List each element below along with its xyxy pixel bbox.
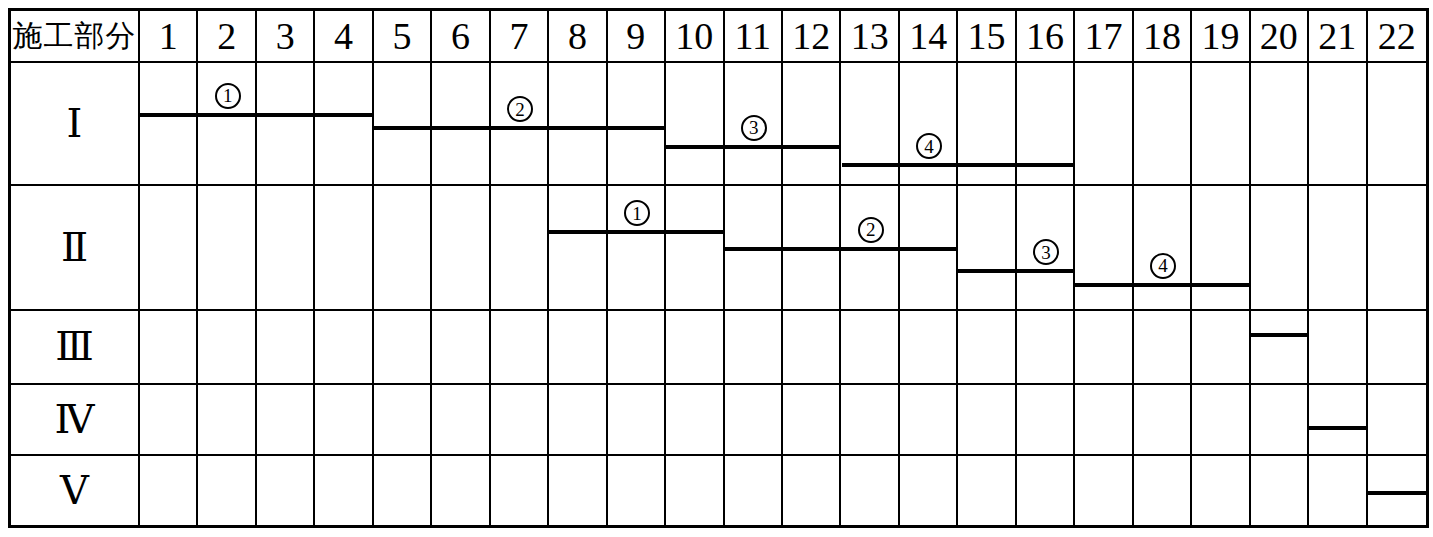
grid-cell: [1368, 63, 1426, 186]
header-title-cell: 施工部分: [11, 11, 140, 63]
grid-cell: [491, 311, 549, 385]
grid-cell: [198, 385, 256, 456]
grid-cell: [1134, 186, 1192, 311]
grid-cell: [1075, 456, 1133, 525]
grid-cell: [1075, 186, 1133, 311]
header-period-cell-19: 19: [1192, 11, 1250, 63]
header-period-cell-18: 18: [1134, 11, 1192, 63]
grid-cell: [1309, 186, 1367, 311]
header-period-cell-6: 6: [432, 11, 490, 63]
grid-cell: [1017, 186, 1075, 311]
grid-cell: [257, 456, 315, 525]
grid-cell: [198, 456, 256, 525]
header-period-cell-17: 17: [1075, 11, 1133, 63]
row-label-cell-5: Ⅴ: [11, 456, 140, 525]
grid-cell: [841, 311, 899, 385]
grid-cell: [1192, 186, 1250, 311]
grid-cell: [1192, 63, 1250, 186]
grid-cell: [958, 311, 1016, 385]
grid-cell: [1368, 186, 1426, 311]
grid-cell: [1134, 63, 1192, 186]
grid-cell: [841, 63, 899, 186]
grid-cell: [1017, 63, 1075, 186]
header-period-cell-10: 10: [666, 11, 724, 63]
grid-cell: [315, 186, 373, 311]
grid-cell: [900, 385, 958, 456]
header-period-cell-4: 4: [315, 11, 373, 63]
grid-cell: [608, 311, 666, 385]
grid-cell: [1368, 456, 1426, 525]
grid-cell: [841, 186, 899, 311]
grid-cell: [432, 311, 490, 385]
grid-cell: [1192, 385, 1250, 456]
grid-cell: [432, 63, 490, 186]
grid-cell: [432, 186, 490, 311]
header-period-cell-3: 3: [257, 11, 315, 63]
grid-cell: [1017, 456, 1075, 525]
grid-cell: [432, 456, 490, 525]
grid-cell: [666, 186, 724, 311]
grid-cell: [1309, 311, 1367, 385]
grid-cell: [374, 311, 432, 385]
grid-cell: [491, 186, 549, 311]
grid-cell: [1368, 311, 1426, 385]
grid-cell: [315, 311, 373, 385]
grid-cell: [1134, 311, 1192, 385]
grid-cell: [140, 311, 198, 385]
grid-cell: [374, 186, 432, 311]
grid-cell: [198, 63, 256, 186]
grid-cell: [666, 385, 724, 456]
grid-cell: [783, 456, 841, 525]
grid-cell: [666, 311, 724, 385]
grid-cell: [900, 63, 958, 186]
row-label-cell-2: Ⅱ: [11, 186, 140, 311]
grid-cell: [257, 311, 315, 385]
grid-cell: [841, 385, 899, 456]
grid-cell: [549, 385, 607, 456]
grid-cell: [1251, 311, 1309, 385]
grid-cell: [1134, 385, 1192, 456]
grid-cell: [783, 311, 841, 385]
grid-cell: [1017, 385, 1075, 456]
grid-cell: [1368, 385, 1426, 456]
grid-cell: [374, 456, 432, 525]
header-period-cell-2: 2: [198, 11, 256, 63]
header-period-cell-16: 16: [1017, 11, 1075, 63]
header-period-cell-15: 15: [958, 11, 1016, 63]
grid-cell: [1251, 186, 1309, 311]
grid-cell: [841, 456, 899, 525]
grid-cell: [1309, 63, 1367, 186]
grid-cell: [725, 456, 783, 525]
grid-cell: [315, 63, 373, 186]
grid-cell: [257, 63, 315, 186]
grid-cell: [1251, 63, 1309, 186]
grid-cell: [374, 63, 432, 186]
header-period-cell-1: 1: [140, 11, 198, 63]
grid-cell: [140, 385, 198, 456]
grid-cell: [257, 186, 315, 311]
grid-cell: [1134, 456, 1192, 525]
grid-cell: [1075, 385, 1133, 456]
grid-cell: [1075, 311, 1133, 385]
grid-cell: [491, 385, 549, 456]
header-period-cell-7: 7: [491, 11, 549, 63]
grid-cell: [198, 311, 256, 385]
grid-cell: [958, 456, 1016, 525]
header-period-cell-9: 9: [608, 11, 666, 63]
grid-cell: [1192, 456, 1250, 525]
grid-cell: [491, 456, 549, 525]
header-period-cell-11: 11: [725, 11, 783, 63]
header-period-cell-13: 13: [841, 11, 899, 63]
grid-cell: [725, 385, 783, 456]
header-period-cell-21: 21: [1309, 11, 1367, 63]
grid-cell: [315, 456, 373, 525]
grid-cell: [315, 385, 373, 456]
grid-cell: [198, 186, 256, 311]
row-label-cell-1: Ⅰ: [11, 63, 140, 186]
grid-cell: [140, 456, 198, 525]
grid-cell: [900, 311, 958, 385]
grid-cell: [1309, 456, 1367, 525]
grid-cell: [783, 385, 841, 456]
schedule-table: 施工部分12345678910111213141516171819202122Ⅰ…: [8, 8, 1429, 528]
row-label-cell-3: Ⅲ: [11, 311, 140, 385]
grid-cell: [1309, 385, 1367, 456]
grid-cell: [1075, 63, 1133, 186]
grid-cell: [257, 385, 315, 456]
grid-cell: [140, 63, 198, 186]
grid-cell: [608, 186, 666, 311]
grid-cell: [608, 385, 666, 456]
construction-schedule-chart: 施工部分12345678910111213141516171819202122Ⅰ…: [0, 0, 1433, 537]
header-period-cell-5: 5: [374, 11, 432, 63]
grid-cell: [1251, 456, 1309, 525]
grid-cell: [1017, 311, 1075, 385]
grid-cell: [958, 186, 1016, 311]
grid-cell: [1251, 385, 1309, 456]
grid-cell: [549, 186, 607, 311]
grid-cell: [725, 186, 783, 311]
grid-cell: [725, 63, 783, 186]
header-period-cell-20: 20: [1251, 11, 1309, 63]
grid-cell: [900, 186, 958, 311]
grid-cell: [608, 63, 666, 186]
grid-cell: [900, 456, 958, 525]
header-period-cell-22: 22: [1368, 11, 1426, 63]
grid-cell: [549, 456, 607, 525]
row-label-cell-4: Ⅳ: [11, 385, 140, 456]
grid-cell: [549, 311, 607, 385]
header-period-cell-14: 14: [900, 11, 958, 63]
grid-cell: [491, 63, 549, 186]
grid-cell: [958, 63, 1016, 186]
grid-cell: [783, 63, 841, 186]
grid-cell: [1192, 311, 1250, 385]
grid-cell: [549, 63, 607, 186]
grid-cell: [608, 456, 666, 525]
grid-cell: [783, 186, 841, 311]
header-period-cell-8: 8: [549, 11, 607, 63]
grid-cell: [666, 456, 724, 525]
header-period-cell-12: 12: [783, 11, 841, 63]
grid-cell: [725, 311, 783, 385]
grid-cell: [666, 63, 724, 186]
schedule-grid: 施工部分12345678910111213141516171819202122Ⅰ…: [11, 11, 1426, 525]
grid-cell: [374, 385, 432, 456]
grid-cell: [958, 385, 1016, 456]
grid-cell: [432, 385, 490, 456]
grid-cell: [140, 186, 198, 311]
